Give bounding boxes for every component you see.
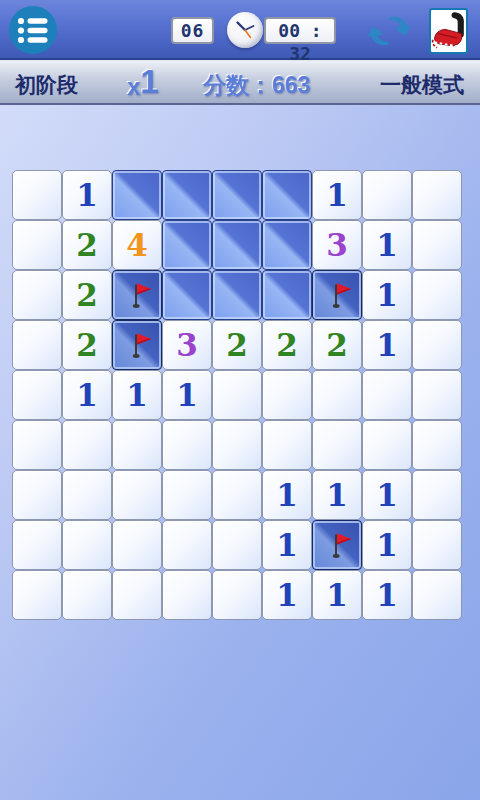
cell-revealed[interactable]: 1 [362,570,412,620]
cell-revealed[interactable]: 1 [362,520,412,570]
mine-count-number: 2 [276,321,298,369]
cell-revealed[interactable] [262,420,312,470]
cell-revealed[interactable] [312,420,362,470]
mine-count-number: 1 [176,371,198,419]
cell-revealed[interactable] [12,470,62,520]
mine-count-number: 2 [226,321,248,369]
restart-button[interactable] [365,11,413,51]
cell-revealed[interactable] [412,470,462,520]
cell-revealed[interactable] [412,320,462,370]
cell-revealed[interactable] [12,370,62,420]
cell-unrevealed[interactable] [212,270,262,320]
cell-revealed[interactable] [62,520,112,570]
cell-revealed[interactable]: 1 [112,370,162,420]
cell-revealed[interactable] [412,370,462,420]
multiplier-value: 1 [140,63,158,100]
cell-flagged[interactable] [312,520,362,570]
cell-revealed[interactable] [12,570,62,620]
multiplier-prefix: x [127,73,140,100]
cell-revealed[interactable]: 2 [62,220,112,270]
mine-count-number: 2 [326,321,348,369]
cell-revealed[interactable]: 2 [312,320,362,370]
cell-unrevealed[interactable] [212,170,262,220]
cell-revealed[interactable] [112,570,162,620]
cell-revealed[interactable]: 4 [112,220,162,270]
cell-flagged[interactable] [112,270,162,320]
cell-revealed[interactable] [12,320,62,370]
cell-revealed[interactable] [112,420,162,470]
cell-revealed[interactable] [362,420,412,470]
cell-revealed[interactable] [62,470,112,520]
score-multiplier: x1 [127,63,159,101]
mine-count-number: 2 [76,221,98,269]
cell-unrevealed[interactable] [262,170,312,220]
cell-unrevealed[interactable] [262,270,312,320]
cell-unrevealed[interactable] [162,170,212,220]
mine-count-number: 1 [376,571,398,619]
cell-revealed[interactable] [412,420,462,470]
mine-count-number: 2 [76,321,98,369]
mine-count-number: 1 [126,371,148,419]
mine-count-number: 1 [326,171,348,219]
mine-count-number: 3 [326,221,348,269]
mine-count-number: 3 [176,321,198,369]
mine-count-number: 1 [326,471,348,519]
mine-count-number: 1 [376,521,398,569]
cell-revealed[interactable] [412,570,462,620]
cell-revealed[interactable] [212,370,262,420]
tool-button[interactable] [429,8,468,54]
mine-count-number: 1 [276,521,298,569]
cell-revealed[interactable]: 3 [162,320,212,370]
mine-count-number: 1 [276,571,298,619]
top-bar: 06 00 : 32 [0,0,480,60]
cell-revealed[interactable] [412,520,462,570]
cell-unrevealed[interactable] [212,220,262,270]
mine-count-number: 1 [376,221,398,269]
list-menu-icon [9,40,57,57]
cell-revealed[interactable] [162,470,212,520]
cell-flagged[interactable] [112,320,162,370]
cell-revealed[interactable] [162,420,212,470]
cell-unrevealed[interactable] [112,170,162,220]
cell-revealed[interactable] [12,420,62,470]
cell-revealed[interactable]: 2 [212,320,262,370]
cell-revealed[interactable]: 1 [362,470,412,520]
cell-revealed[interactable]: 2 [262,320,312,370]
cell-revealed[interactable] [112,470,162,520]
cell-revealed[interactable]: 1 [262,470,312,520]
flag-icon [118,276,156,314]
cell-unrevealed[interactable] [162,270,212,320]
cell-revealed[interactable] [412,220,462,270]
cell-revealed[interactable] [212,570,262,620]
flag-icon [318,276,356,314]
mine-counter: 06 [171,17,214,44]
cell-revealed[interactable]: 1 [162,370,212,420]
cell-revealed[interactable] [212,420,262,470]
cell-revealed[interactable]: 3 [312,220,362,270]
cell-flagged[interactable] [312,270,362,320]
cell-revealed[interactable] [212,520,262,570]
cell-revealed[interactable]: 1 [312,170,362,220]
mine-count-number: 2 [76,271,98,319]
cell-revealed[interactable] [162,570,212,620]
stage-label: 初阶段 [15,71,78,99]
timer-display: 00 : 32 [264,17,336,44]
cell-revealed[interactable] [12,520,62,570]
mine-count-number: 4 [126,221,148,269]
cell-revealed[interactable] [62,420,112,470]
cell-revealed[interactable]: 1 [62,370,112,420]
cell-unrevealed[interactable] [162,220,212,270]
cell-revealed[interactable] [312,370,362,420]
cell-revealed[interactable] [112,520,162,570]
mine-count-number: 1 [376,471,398,519]
cell-revealed[interactable] [12,170,62,220]
cell-revealed[interactable]: 1 [312,470,362,520]
cell-revealed[interactable]: 1 [362,320,412,370]
cell-revealed[interactable]: 1 [362,220,412,270]
score-label: 分数：663 [203,70,310,101]
mine-count-number: 1 [276,471,298,519]
cell-revealed[interactable] [362,170,412,220]
mine-count-number: 1 [326,571,348,619]
cell-revealed[interactable]: 2 [62,320,112,370]
cell-unrevealed[interactable] [262,220,312,270]
cell-revealed[interactable] [412,270,462,320]
minesweeper-app: 06 00 : 32 [0,0,480,800]
cell-revealed[interactable]: 1 [62,170,112,220]
menu-button[interactable] [9,6,57,54]
mine-count-number: 1 [76,371,98,419]
clock-icon [227,12,263,48]
mine-count-number: 1 [376,271,398,319]
cell-revealed[interactable]: 1 [312,570,362,620]
refresh-icon [365,37,413,54]
cell-revealed[interactable] [412,170,462,220]
mine-count-number: 1 [376,321,398,369]
mine-sweeper-tool-icon [431,38,466,55]
cell-revealed[interactable] [62,570,112,620]
cell-revealed[interactable] [12,220,62,270]
cell-revealed[interactable] [362,370,412,420]
cell-revealed[interactable] [162,520,212,570]
mode-button[interactable]: 一般模式 [380,71,464,99]
flag-icon [318,526,356,564]
info-bar: 初阶段 x1 分数：663 一般模式 [0,60,480,105]
flag-icon [118,326,156,364]
minesweeper-board: 1124312123222111111111111 [12,170,462,620]
mine-count-number: 1 [76,171,98,219]
cell-revealed[interactable] [12,270,62,320]
cell-revealed[interactable]: 1 [262,570,312,620]
cell-revealed[interactable] [212,470,262,520]
cell-revealed[interactable]: 1 [362,270,412,320]
cell-revealed[interactable]: 2 [62,270,112,320]
cell-revealed[interactable]: 1 [262,520,312,570]
cell-revealed[interactable] [262,370,312,420]
